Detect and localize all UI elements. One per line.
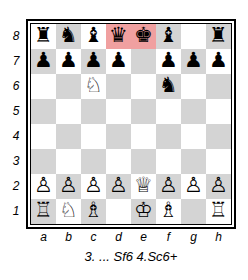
square-b4[interactable] [56, 124, 81, 149]
square-c8[interactable]: ♝ [81, 24, 106, 49]
square-d4[interactable] [106, 124, 131, 149]
move-caption: 3. ... Sf6 4.Sc6+ [26, 249, 236, 264]
rank-label-6: 6 [8, 74, 24, 99]
black-queen-on-d8: ♛ [109, 25, 128, 46]
square-h7[interactable]: ♟ [206, 49, 231, 74]
square-d7[interactable]: ♟ [106, 49, 131, 74]
file-label-g: g [181, 230, 206, 244]
chess-board: ♜♞♝♛♚♝♜♟♟♟♟♟♟♟♘♞♙♙♙♙♕♙♙♙♖♘♗♔♗♖ [30, 23, 232, 225]
black-pawn-on-f7: ♟ [159, 50, 178, 71]
square-a6[interactable] [31, 74, 56, 99]
black-pawn-on-g7: ♟ [184, 50, 203, 71]
white-pawn-on-h2: ♙ [209, 175, 228, 196]
square-b5[interactable] [56, 99, 81, 124]
black-pawn-on-b7: ♟ [59, 50, 78, 71]
square-b8[interactable]: ♞ [56, 24, 81, 49]
square-b6[interactable] [56, 74, 81, 99]
black-pawn-on-a7: ♟ [34, 50, 53, 71]
file-label-c: c [81, 230, 106, 244]
square-e2[interactable]: ♕ [131, 174, 156, 199]
square-e8[interactable]: ♚ [131, 24, 156, 49]
square-c4[interactable] [81, 124, 106, 149]
rank-label-7: 7 [8, 49, 24, 74]
file-labels: abcdefgh [31, 230, 231, 244]
square-e5[interactable] [131, 99, 156, 124]
chess-board-frame: ♜♞♝♛♚♝♜♟♟♟♟♟♟♟♘♞♙♙♙♙♕♙♙♙♖♘♗♔♗♖ [26, 19, 236, 229]
black-knight-on-b8: ♞ [59, 25, 78, 46]
square-e7[interactable] [131, 49, 156, 74]
black-rook-on-a8: ♜ [34, 25, 53, 46]
black-pawn-on-d7: ♟ [109, 50, 128, 71]
square-e4[interactable] [131, 124, 156, 149]
file-label-f: f [156, 230, 181, 244]
square-g3[interactable] [181, 149, 206, 174]
square-h2[interactable]: ♙ [206, 174, 231, 199]
rank-label-8: 8 [8, 24, 24, 49]
black-knight-on-f6: ♞ [159, 75, 178, 96]
white-rook-on-h1: ♖ [209, 200, 228, 221]
white-pawn-on-c2: ♙ [84, 175, 103, 196]
white-bishop-on-f1: ♗ [159, 200, 178, 221]
white-pawn-on-d2: ♙ [109, 175, 128, 196]
white-pawn-on-b2: ♙ [59, 175, 78, 196]
square-b1[interactable]: ♘ [56, 199, 81, 224]
square-g1[interactable] [181, 199, 206, 224]
square-c6[interactable]: ♘ [81, 74, 106, 99]
square-a2[interactable]: ♙ [31, 174, 56, 199]
square-a7[interactable]: ♟ [31, 49, 56, 74]
square-h8[interactable]: ♜ [206, 24, 231, 49]
white-queen-on-e2: ♕ [134, 175, 153, 196]
white-pawn-on-a2: ♙ [34, 175, 53, 196]
square-c5[interactable] [81, 99, 106, 124]
file-label-d: d [106, 230, 131, 244]
square-g2[interactable]: ♙ [181, 174, 206, 199]
white-rook-on-a1: ♖ [34, 200, 53, 221]
black-bishop-on-f8: ♝ [159, 25, 178, 46]
square-a3[interactable] [31, 149, 56, 174]
square-b2[interactable]: ♙ [56, 174, 81, 199]
square-f3[interactable] [156, 149, 181, 174]
square-a4[interactable] [31, 124, 56, 149]
square-b3[interactable] [56, 149, 81, 174]
file-label-a: a [31, 230, 56, 244]
square-f1[interactable]: ♗ [156, 199, 181, 224]
square-f7[interactable]: ♟ [156, 49, 181, 74]
square-f4[interactable] [156, 124, 181, 149]
white-pawn-on-g2: ♙ [184, 175, 203, 196]
square-d6[interactable] [106, 74, 131, 99]
square-e3[interactable] [131, 149, 156, 174]
rank-label-5: 5 [8, 99, 24, 124]
square-g5[interactable] [181, 99, 206, 124]
square-f6[interactable]: ♞ [156, 74, 181, 99]
square-g4[interactable] [181, 124, 206, 149]
square-a1[interactable]: ♖ [31, 199, 56, 224]
square-d5[interactable] [106, 99, 131, 124]
file-label-h: h [206, 230, 231, 244]
square-b7[interactable]: ♟ [56, 49, 81, 74]
square-d3[interactable] [106, 149, 131, 174]
square-a5[interactable] [31, 99, 56, 124]
rank-label-2: 2 [8, 174, 24, 199]
square-e6[interactable] [131, 74, 156, 99]
file-label-b: b [56, 230, 81, 244]
black-rook-on-h8: ♜ [209, 25, 228, 46]
square-d2[interactable]: ♙ [106, 174, 131, 199]
square-h6[interactable] [206, 74, 231, 99]
white-knight-on-b1: ♘ [59, 200, 78, 221]
square-h1[interactable]: ♖ [206, 199, 231, 224]
square-g6[interactable] [181, 74, 206, 99]
black-pawn-on-c7: ♟ [84, 50, 103, 71]
black-pawn-on-h7: ♟ [209, 50, 228, 71]
white-king-on-e1: ♔ [134, 200, 153, 221]
square-c7[interactable]: ♟ [81, 49, 106, 74]
rank-label-4: 4 [8, 124, 24, 149]
rank-label-3: 3 [8, 149, 24, 174]
square-a8[interactable]: ♜ [31, 24, 56, 49]
square-c2[interactable]: ♙ [81, 174, 106, 199]
white-knight-on-c6: ♘ [84, 75, 103, 96]
file-label-e: e [131, 230, 156, 244]
square-g7[interactable]: ♟ [181, 49, 206, 74]
square-f8[interactable]: ♝ [156, 24, 181, 49]
rank-labels: 87654321 [8, 24, 24, 224]
square-c1[interactable]: ♗ [81, 199, 106, 224]
square-g8[interactable] [181, 24, 206, 49]
square-h5[interactable] [206, 99, 231, 124]
white-pawn-on-f2: ♙ [159, 175, 178, 196]
black-king-on-e8: ♚ [134, 25, 153, 46]
white-bishop-on-c1: ♗ [84, 200, 103, 221]
square-h3[interactable] [206, 149, 231, 174]
black-bishop-on-c8: ♝ [84, 25, 103, 46]
square-e1[interactable]: ♔ [131, 199, 156, 224]
rank-label-1: 1 [8, 199, 24, 224]
square-c3[interactable] [81, 149, 106, 174]
square-h4[interactable] [206, 124, 231, 149]
square-f5[interactable] [156, 99, 181, 124]
square-d8[interactable]: ♛ [106, 24, 131, 49]
square-d1[interactable] [106, 199, 131, 224]
square-f2[interactable]: ♙ [156, 174, 181, 199]
